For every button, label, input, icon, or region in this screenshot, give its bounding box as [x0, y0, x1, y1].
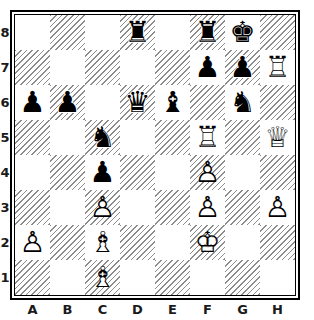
square-a7	[15, 50, 50, 85]
black-bishop-piece: ♝	[155, 85, 190, 120]
square-e3	[155, 190, 190, 225]
square-h7: ♜♖	[260, 50, 295, 85]
square-f8: ♜	[190, 15, 225, 50]
square-b1	[50, 260, 85, 295]
square-f7: ♟︎	[190, 50, 225, 85]
white-piece-outline: ♙	[260, 190, 295, 225]
square-b7	[50, 50, 85, 85]
square-g5	[225, 120, 260, 155]
square-h2	[260, 225, 295, 260]
square-g6: ♞	[225, 85, 260, 120]
white-rook-piece: ♜♖	[190, 120, 225, 155]
rank-label-5: 5	[0, 120, 10, 155]
square-d7	[120, 50, 155, 85]
square-h4	[260, 155, 295, 190]
white-pawn-piece: ♟♙	[260, 190, 295, 225]
white-piece-outline: ♗	[85, 260, 120, 295]
white-piece-outline: ♖	[260, 50, 295, 85]
white-pawn-piece: ♟♙	[15, 225, 50, 260]
square-c3: ♟♙	[85, 190, 120, 225]
rank-labels: 87654321	[0, 15, 10, 295]
square-g3	[225, 190, 260, 225]
white-pawn-piece: ♟♙	[190, 190, 225, 225]
square-f5: ♜♖	[190, 120, 225, 155]
square-c4: ♟︎	[85, 155, 120, 190]
square-h3: ♟♙	[260, 190, 295, 225]
square-g8: ♚	[225, 15, 260, 50]
square-c2: ♝♗	[85, 225, 120, 260]
square-c8	[85, 15, 120, 50]
file-label-h: H	[260, 302, 295, 318]
square-d1	[120, 260, 155, 295]
square-a8	[15, 15, 50, 50]
square-g7: ♟︎	[225, 50, 260, 85]
white-pawn-piece: ♟♙	[85, 190, 120, 225]
black-knight-piece: ♞	[225, 85, 260, 120]
square-h1	[260, 260, 295, 295]
square-b5	[50, 120, 85, 155]
square-g1	[225, 260, 260, 295]
square-b8	[50, 15, 85, 50]
square-e7	[155, 50, 190, 85]
square-b4	[50, 155, 85, 190]
black-pawn-piece: ♟︎	[85, 155, 120, 190]
square-a5	[15, 120, 50, 155]
square-f4: ♟♙	[190, 155, 225, 190]
square-e5	[155, 120, 190, 155]
square-f2: ♚♔	[190, 225, 225, 260]
square-a1	[15, 260, 50, 295]
square-e1	[155, 260, 190, 295]
square-a2: ♟♙	[15, 225, 50, 260]
square-d2	[120, 225, 155, 260]
chess-diagram-page: 87654321 ♜♜♚♟︎♟︎♜♖♟︎♟︎♛♝♞♞♜♖♛♕♟︎♟♙♟♙♟♙♟♙…	[0, 0, 314, 320]
black-rook-piece: ♜	[120, 15, 155, 50]
square-e8	[155, 15, 190, 50]
black-pawn-piece: ♟︎	[50, 85, 85, 120]
square-f3: ♟♙	[190, 190, 225, 225]
rank-label-8: 8	[0, 15, 10, 50]
white-rook-piece: ♜♖	[260, 50, 295, 85]
file-label-e: E	[155, 302, 190, 318]
white-piece-outline: ♗	[85, 225, 120, 260]
board-inner-border: ♜♜♚♟︎♟︎♜♖♟︎♟︎♛♝♞♞♜♖♛♕♟︎♟♙♟♙♟♙♟♙♟♙♝♗♚♔♝♗	[14, 14, 296, 296]
black-king-piece: ♚	[225, 15, 260, 50]
rank-label-2: 2	[0, 225, 10, 260]
square-b3	[50, 190, 85, 225]
square-d4	[120, 155, 155, 190]
chess-board: ♜♜♚♟︎♟︎♜♖♟︎♟︎♛♝♞♞♜♖♛♕♟︎♟♙♟♙♟♙♟♙♟♙♝♗♚♔♝♗	[15, 15, 295, 295]
rank-label-1: 1	[0, 260, 10, 295]
black-pawn-piece: ♟︎	[225, 50, 260, 85]
black-queen-piece: ♛	[120, 85, 155, 120]
square-d6: ♛	[120, 85, 155, 120]
square-e2	[155, 225, 190, 260]
white-bishop-piece: ♝♗	[85, 225, 120, 260]
white-piece-outline: ♙	[85, 190, 120, 225]
square-f1	[190, 260, 225, 295]
black-pawn-piece: ♟︎	[190, 50, 225, 85]
black-pawn-piece: ♟︎	[15, 85, 50, 120]
file-label-c: C	[85, 302, 120, 318]
square-d5	[120, 120, 155, 155]
white-pawn-piece: ♟♙	[190, 155, 225, 190]
file-label-b: B	[50, 302, 85, 318]
white-piece-outline: ♔	[190, 225, 225, 260]
square-a3	[15, 190, 50, 225]
square-c7	[85, 50, 120, 85]
square-a4	[15, 155, 50, 190]
rank-label-4: 4	[0, 155, 10, 190]
square-b2	[50, 225, 85, 260]
square-g2	[225, 225, 260, 260]
square-d8: ♜	[120, 15, 155, 50]
white-king-piece: ♚♔	[190, 225, 225, 260]
square-e6: ♝	[155, 85, 190, 120]
white-piece-outline: ♙	[190, 190, 225, 225]
rank-label-7: 7	[0, 50, 10, 85]
rank-label-3: 3	[0, 190, 10, 225]
white-piece-outline: ♙	[190, 155, 225, 190]
file-label-g: G	[225, 302, 260, 318]
black-knight-piece: ♞	[85, 120, 120, 155]
square-d3	[120, 190, 155, 225]
square-c1: ♝♗	[85, 260, 120, 295]
file-labels: ABCDEFGH	[15, 302, 295, 318]
white-piece-outline: ♖	[190, 120, 225, 155]
square-h5: ♛♕	[260, 120, 295, 155]
white-queen-piece: ♛♕	[260, 120, 295, 155]
file-label-d: D	[120, 302, 155, 318]
black-rook-piece: ♜	[190, 15, 225, 50]
square-f6	[190, 85, 225, 120]
square-c5: ♞	[85, 120, 120, 155]
square-h6	[260, 85, 295, 120]
white-piece-outline: ♙	[15, 225, 50, 260]
square-a6: ♟︎	[15, 85, 50, 120]
file-label-f: F	[190, 302, 225, 318]
white-piece-outline: ♕	[260, 120, 295, 155]
square-g4	[225, 155, 260, 190]
square-c6	[85, 85, 120, 120]
square-b6: ♟︎	[50, 85, 85, 120]
rank-label-6: 6	[0, 85, 10, 120]
square-h8	[260, 15, 295, 50]
square-e4	[155, 155, 190, 190]
board-border: ♜♜♚♟︎♟︎♜♖♟︎♟︎♛♝♞♞♜♖♛♕♟︎♟♙♟♙♟♙♟♙♟♙♝♗♚♔♝♗	[10, 10, 300, 300]
white-bishop-piece: ♝♗	[85, 260, 120, 295]
file-label-a: A	[15, 302, 50, 318]
